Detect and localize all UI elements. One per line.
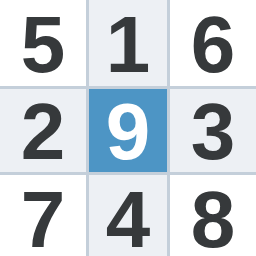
cell-r1c2[interactable]: 1 bbox=[89, 0, 167, 86]
sudoku-board: 5 1 6 2 9 3 7 4 8 bbox=[0, 0, 256, 256]
cell-r1c1[interactable]: 5 bbox=[0, 0, 86, 86]
cell-r3c3[interactable]: 8 bbox=[170, 175, 256, 256]
cell-r1c3[interactable]: 6 bbox=[170, 0, 256, 86]
cell-r3c2[interactable]: 4 bbox=[89, 175, 167, 256]
cell-r2c2-selected[interactable]: 9 bbox=[89, 89, 167, 172]
cell-r2c3[interactable]: 3 bbox=[170, 89, 256, 172]
cell-r2c1[interactable]: 2 bbox=[0, 89, 86, 172]
cell-r3c1[interactable]: 7 bbox=[0, 175, 86, 256]
